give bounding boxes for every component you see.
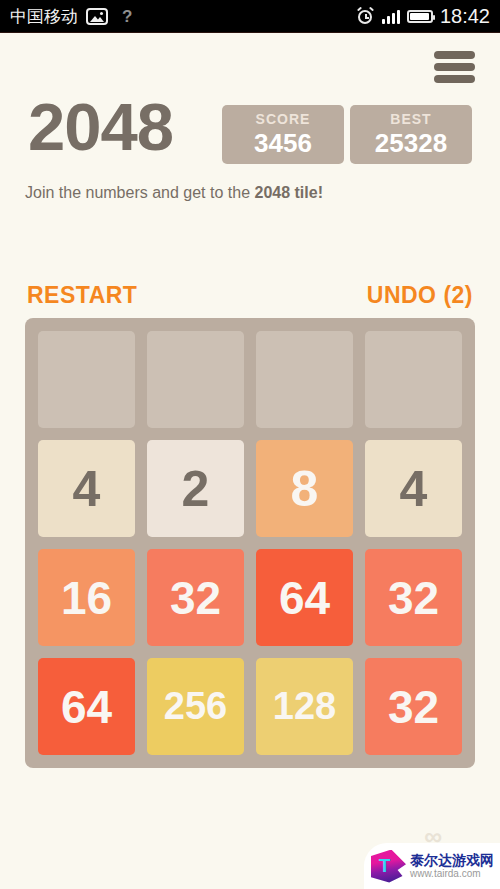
watermark-site-url: www.tairda.com <box>410 868 494 879</box>
tile-r0c0 <box>38 331 135 428</box>
game-controls: RESTART UNDO (2) <box>27 282 473 309</box>
tile-r0c3 <box>365 331 462 428</box>
clock-label: 18:42 <box>440 5 490 28</box>
subtitle: Join the numbers and get to the 2048 til… <box>25 184 323 202</box>
tile-r2c1: 32 <box>147 549 244 646</box>
watermark-site-name: 泰尔达游戏网 <box>410 853 494 868</box>
score-label: SCORE <box>256 111 311 127</box>
tile-r2c0: 16 <box>38 549 135 646</box>
best-box: BEST 25328 <box>350 105 472 164</box>
tile-r0c2 <box>256 331 353 428</box>
tile-r3c3: 32 <box>365 658 462 755</box>
wifi-question-icon: ? <box>122 8 132 25</box>
tairda-logo-icon: T <box>371 850 406 883</box>
restart-button[interactable]: RESTART <box>27 282 137 309</box>
tile-r2c3: 32 <box>365 549 462 646</box>
tile-r1c3: 4 <box>365 440 462 537</box>
menu-button[interactable] <box>434 51 475 83</box>
tile-r3c2: 128 <box>256 658 353 755</box>
tile-r1c1: 2 <box>147 440 244 537</box>
score-panel: SCORE 3456 BEST 25328 <box>222 105 472 164</box>
alarm-icon <box>356 7 375 26</box>
best-label: BEST <box>390 111 431 127</box>
page-title: 2048 <box>28 93 173 160</box>
score-value: 3456 <box>254 128 312 159</box>
site-watermark: T 泰尔达游戏网 www.tairda.com <box>364 843 500 889</box>
undo-button[interactable]: UNDO (2) <box>367 282 473 309</box>
game-board[interactable]: 4 2 8 4 16 32 64 32 64 256 128 32 <box>25 318 475 768</box>
battery-icon <box>407 10 433 23</box>
tile-r0c1 <box>147 331 244 428</box>
tile-r3c1: 256 <box>147 658 244 755</box>
photo-icon <box>86 8 108 25</box>
tile-r1c2: 8 <box>256 440 353 537</box>
tile-r1c0: 4 <box>38 440 135 537</box>
status-bar: 中国移动 ? 18:42 <box>0 0 500 33</box>
app-screen: 中国移动 ? 18:42 2048 SCORE 3456 BEST 25328 … <box>0 0 500 889</box>
carrier-label: 中国移动 <box>10 5 78 28</box>
best-value: 25328 <box>375 128 447 159</box>
tile-r3c0: 64 <box>38 658 135 755</box>
signal-icon <box>382 9 400 24</box>
tile-r2c2: 64 <box>256 549 353 646</box>
score-box: SCORE 3456 <box>222 105 344 164</box>
